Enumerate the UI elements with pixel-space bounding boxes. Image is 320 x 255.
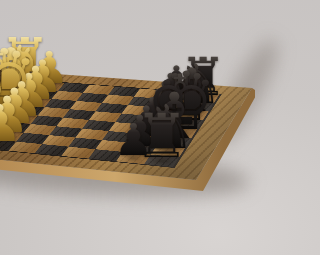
- square: [144, 155, 179, 167]
- studio-scene: ♜♞♝♛♚♝♞♜♟♟♟♟♟♟♟♟♟♟♟♟♟♟♟♟♜♞♝♛♚♝♞♜: [0, 0, 255, 255]
- squares-grid: [0, 79, 219, 167]
